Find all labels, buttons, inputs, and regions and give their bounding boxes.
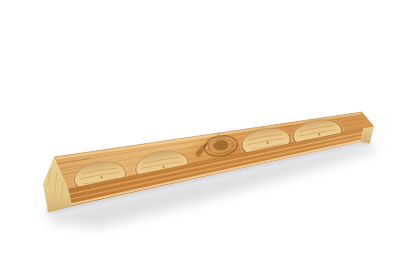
product-photo-canvas <box>0 0 416 277</box>
flight-tray-photo <box>0 0 416 277</box>
